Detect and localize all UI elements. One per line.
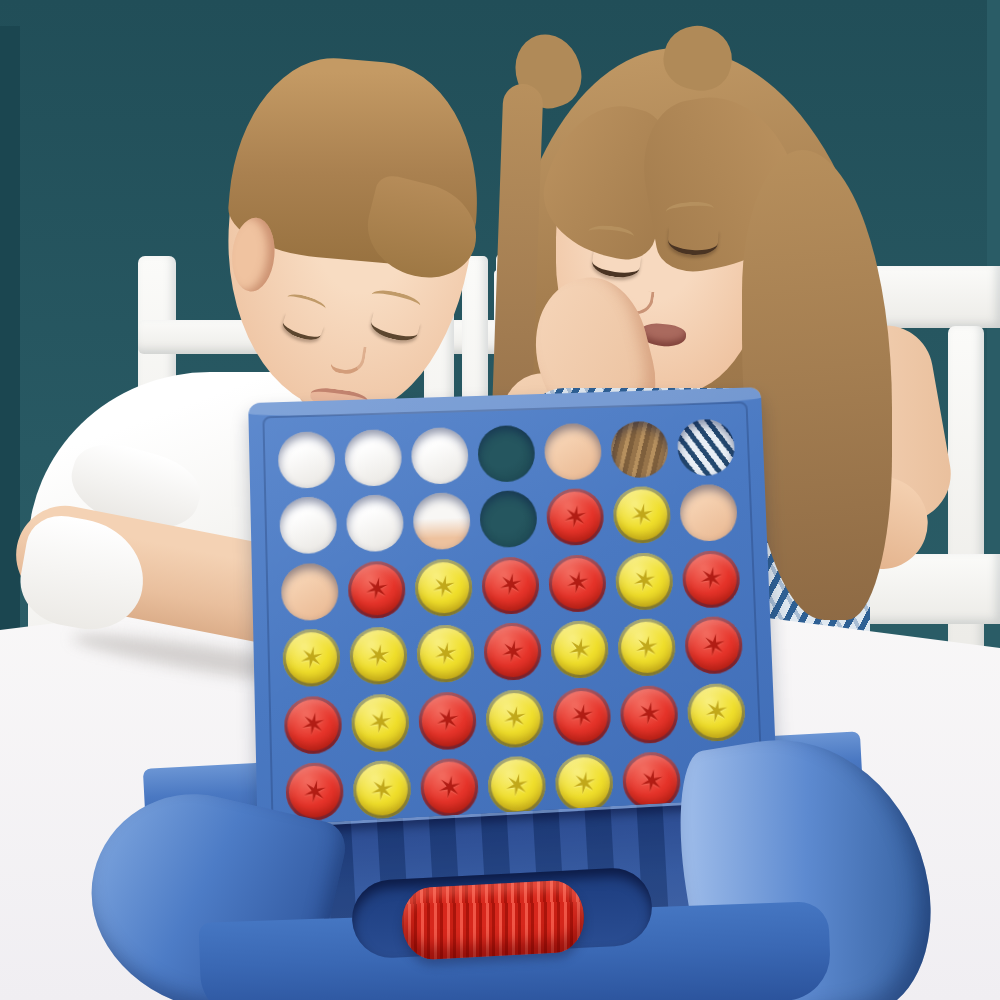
board-cell bbox=[672, 413, 741, 481]
empty-hole bbox=[278, 431, 336, 489]
red-disc: ✶ bbox=[620, 685, 679, 744]
red-disc: ✶ bbox=[682, 550, 741, 609]
yellow-disc: ✶ bbox=[687, 683, 746, 742]
disc-star-mark: ✶ bbox=[560, 500, 590, 534]
board-cell: ✶ bbox=[612, 613, 681, 682]
red-disc: ✶ bbox=[546, 488, 605, 546]
red-disc: ✶ bbox=[684, 616, 743, 675]
board-cell bbox=[539, 418, 608, 486]
disc-star-mark: ✶ bbox=[699, 628, 729, 662]
yellow-disc: ✶ bbox=[351, 693, 410, 752]
boy-head bbox=[211, 50, 489, 430]
empty-hole bbox=[544, 422, 603, 480]
red-disc: ✶ bbox=[418, 691, 477, 750]
board-cell bbox=[605, 416, 674, 484]
disc-star-mark: ✶ bbox=[562, 566, 592, 600]
disc-star-mark: ✶ bbox=[632, 631, 662, 665]
board-cell bbox=[472, 420, 541, 488]
disc-star-mark: ✶ bbox=[565, 633, 595, 667]
board-cell bbox=[339, 424, 407, 492]
disc-star-mark: ✶ bbox=[500, 701, 530, 735]
yellow-disc: ✶ bbox=[615, 552, 674, 611]
disc-star-mark: ✶ bbox=[498, 635, 528, 669]
red-disc: ✶ bbox=[548, 554, 607, 613]
red-disc: ✶ bbox=[284, 695, 343, 754]
disc-star-mark: ✶ bbox=[430, 637, 460, 671]
board-cell bbox=[474, 485, 543, 553]
board-cell: ✶ bbox=[478, 617, 547, 686]
board-cell: ✶ bbox=[347, 755, 416, 824]
disc-star-mark: ✶ bbox=[567, 699, 597, 733]
yellow-disc: ✶ bbox=[353, 760, 412, 819]
scene-photo: ✶✶✶✶✶✶✶✶✶✶✶✶✶✶✶✶✶✶✶✶✶✶✶✶✶✶✶✶✶ bbox=[0, 0, 1000, 1000]
board-cell: ✶ bbox=[681, 678, 751, 747]
red-disc: ✶ bbox=[285, 762, 344, 821]
board-cell: ✶ bbox=[480, 684, 549, 753]
disc-star-mark: ✶ bbox=[362, 573, 392, 607]
board-cell: ✶ bbox=[547, 682, 616, 751]
empty-hole bbox=[679, 484, 738, 542]
red-disc: ✶ bbox=[420, 758, 479, 817]
board-cell: ✶ bbox=[476, 551, 545, 619]
disc-star-mark: ✶ bbox=[701, 695, 731, 729]
disc-star-mark: ✶ bbox=[502, 768, 532, 802]
disc-star-mark: ✶ bbox=[495, 568, 525, 602]
board-cell bbox=[273, 426, 341, 494]
empty-hole bbox=[610, 420, 669, 478]
board-cell: ✶ bbox=[409, 553, 478, 621]
connect-four-grid: ✶✶✶✶✶✶✶✶✶✶✶✶✶✶✶✶✶✶✶✶✶✶✶✶✶✶✶✶✶ bbox=[273, 413, 754, 826]
disc-star-mark: ✶ bbox=[634, 697, 664, 731]
board-cell: ✶ bbox=[415, 753, 484, 822]
red-disc: ✶ bbox=[481, 556, 540, 615]
yellow-disc: ✶ bbox=[550, 620, 609, 679]
yellow-disc: ✶ bbox=[487, 756, 546, 815]
empty-hole bbox=[281, 562, 339, 621]
disc-star-mark: ✶ bbox=[636, 764, 666, 798]
board-cell: ✶ bbox=[344, 622, 413, 691]
red-roller-slider bbox=[400, 879, 586, 960]
board-cell bbox=[276, 557, 345, 625]
disc-star-mark: ✶ bbox=[434, 770, 464, 804]
red-disc: ✶ bbox=[552, 687, 611, 746]
disc-star-mark: ✶ bbox=[363, 639, 393, 673]
empty-hole bbox=[344, 429, 402, 487]
disc-star-mark: ✶ bbox=[298, 708, 328, 742]
board-cell bbox=[406, 422, 474, 490]
board-cell: ✶ bbox=[676, 545, 745, 613]
yellow-disc: ✶ bbox=[349, 627, 408, 686]
board-cell: ✶ bbox=[279, 690, 348, 759]
red-disc: ✶ bbox=[483, 622, 542, 681]
yellow-disc: ✶ bbox=[613, 486, 672, 544]
empty-hole bbox=[413, 492, 471, 550]
board-cell: ✶ bbox=[411, 620, 480, 689]
disc-star-mark: ✶ bbox=[696, 562, 726, 596]
empty-hole bbox=[479, 490, 538, 548]
empty-hole bbox=[279, 496, 337, 554]
board-cell: ✶ bbox=[342, 555, 411, 623]
empty-hole bbox=[346, 494, 404, 552]
board-cell: ✶ bbox=[545, 615, 614, 684]
disc-star-mark: ✶ bbox=[365, 706, 395, 740]
disc-star-mark: ✶ bbox=[432, 704, 462, 738]
board-cell bbox=[341, 489, 410, 557]
board-cell: ✶ bbox=[679, 611, 749, 680]
yellow-disc: ✶ bbox=[282, 629, 340, 688]
yellow-disc: ✶ bbox=[414, 558, 473, 617]
board-cell: ✶ bbox=[413, 686, 482, 755]
board-cell: ✶ bbox=[610, 547, 679, 615]
board-cell: ✶ bbox=[543, 549, 612, 617]
empty-hole bbox=[477, 424, 535, 482]
yellow-disc: ✶ bbox=[485, 689, 544, 748]
disc-star-mark: ✶ bbox=[627, 498, 657, 532]
disc-star-mark: ✶ bbox=[367, 773, 397, 807]
red-disc: ✶ bbox=[348, 560, 406, 619]
board-cell: ✶ bbox=[346, 688, 415, 757]
board-cell: ✶ bbox=[607, 481, 676, 549]
yellow-disc: ✶ bbox=[416, 624, 475, 683]
disc-star-mark: ✶ bbox=[299, 775, 329, 809]
board-cell bbox=[407, 487, 476, 555]
yellow-disc: ✶ bbox=[555, 754, 614, 813]
yellow-disc: ✶ bbox=[617, 618, 676, 677]
disc-star-mark: ✶ bbox=[429, 571, 459, 605]
disc-star-mark: ✶ bbox=[296, 641, 326, 675]
empty-hole bbox=[411, 427, 469, 485]
board-cell bbox=[274, 492, 342, 560]
board-cell: ✶ bbox=[614, 680, 684, 749]
empty-hole bbox=[677, 418, 736, 476]
board-cell bbox=[674, 479, 743, 547]
board-cell: ✶ bbox=[541, 483, 610, 551]
disc-star-mark: ✶ bbox=[629, 564, 659, 598]
disc-star-mark: ✶ bbox=[569, 766, 599, 800]
board-cell: ✶ bbox=[277, 624, 346, 693]
